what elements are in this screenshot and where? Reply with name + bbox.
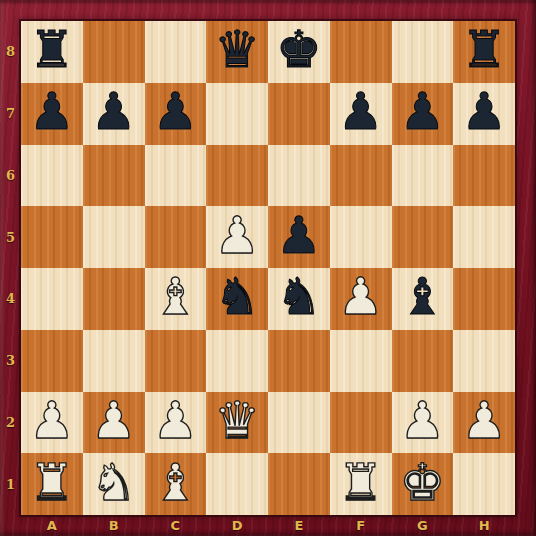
rank-label-3: 3 [0,330,21,392]
piece-black-pawn[interactable]: ♟ [461,86,507,137]
piece-white-rook[interactable]: ♜ [338,457,384,508]
square-e5[interactable]: ♟ [268,206,330,268]
square-b5[interactable] [83,206,145,268]
square-g7[interactable]: ♟ [392,83,454,145]
square-e1[interactable] [268,453,330,515]
piece-black-bishop[interactable]: ♝ [400,271,446,322]
rank-labels: 87654321 [0,21,21,515]
square-b3[interactable] [83,330,145,392]
square-c8[interactable] [145,21,207,83]
square-a3[interactable] [21,330,83,392]
piece-black-rook[interactable]: ♜ [461,24,507,75]
square-c1[interactable]: ♝ [145,453,207,515]
square-g5[interactable] [392,206,454,268]
square-f1[interactable]: ♜ [330,453,392,515]
square-f4[interactable]: ♟ [330,268,392,330]
piece-black-rook[interactable]: ♜ [29,24,75,75]
file-label-b: B [83,515,145,536]
piece-white-pawn[interactable]: ♟ [29,395,75,446]
square-a2[interactable]: ♟ [21,392,83,454]
square-f8[interactable] [330,21,392,83]
rank-label-5: 5 [0,206,21,268]
square-b6[interactable] [83,145,145,207]
square-d2[interactable]: ♛ [206,392,268,454]
chess-board: ♜♛♚♜♟♟♟♟♟♟♟♟♝♞♞♟♝♟♟♟♛♟♟♜♞♝♜♚ [21,21,515,515]
square-h3[interactable] [453,330,515,392]
piece-black-pawn[interactable]: ♟ [153,86,199,137]
square-e3[interactable] [268,330,330,392]
file-label-g: G [392,515,454,536]
rank-label-8: 8 [0,21,21,83]
piece-black-knight[interactable]: ♞ [214,271,260,322]
square-e7[interactable] [268,83,330,145]
square-g8[interactable] [392,21,454,83]
square-b2[interactable]: ♟ [83,392,145,454]
file-label-a: A [21,515,83,536]
square-a5[interactable] [21,206,83,268]
square-d4[interactable]: ♞ [206,268,268,330]
board-frame: 87654321 ABCDEFGH ♜♛♚♜♟♟♟♟♟♟♟♟♝♞♞♟♝♟♟♟♛♟… [0,0,536,536]
rank-label-4: 4 [0,268,21,330]
file-label-f: F [330,515,392,536]
square-f7[interactable]: ♟ [330,83,392,145]
square-h8[interactable]: ♜ [453,21,515,83]
piece-black-king[interactable]: ♚ [276,24,322,75]
square-d5[interactable]: ♟ [206,206,268,268]
square-b1[interactable]: ♞ [83,453,145,515]
square-d3[interactable] [206,330,268,392]
square-a4[interactable] [21,268,83,330]
file-label-d: D [206,515,268,536]
square-h4[interactable] [453,268,515,330]
piece-white-pawn[interactable]: ♟ [400,395,446,446]
square-f2[interactable] [330,392,392,454]
file-label-e: E [268,515,330,536]
square-b7[interactable]: ♟ [83,83,145,145]
square-c2[interactable]: ♟ [145,392,207,454]
square-a8[interactable]: ♜ [21,21,83,83]
square-g4[interactable]: ♝ [392,268,454,330]
piece-black-pawn[interactable]: ♟ [400,86,446,137]
square-g3[interactable] [392,330,454,392]
square-a1[interactable]: ♜ [21,453,83,515]
square-c3[interactable] [145,330,207,392]
square-b8[interactable] [83,21,145,83]
square-h5[interactable] [453,206,515,268]
square-d6[interactable] [206,145,268,207]
rank-label-1: 1 [0,453,21,515]
piece-white-pawn[interactable]: ♟ [461,395,507,446]
square-a7[interactable]: ♟ [21,83,83,145]
square-c4[interactable]: ♝ [145,268,207,330]
square-a6[interactable] [21,145,83,207]
piece-white-rook[interactable]: ♜ [29,457,75,508]
square-e8[interactable]: ♚ [268,21,330,83]
square-h1[interactable] [453,453,515,515]
piece-white-pawn[interactable]: ♟ [338,271,384,322]
piece-black-pawn[interactable]: ♟ [91,86,137,137]
square-f3[interactable] [330,330,392,392]
square-g2[interactable]: ♟ [392,392,454,454]
rank-label-2: 2 [0,392,21,454]
piece-white-queen[interactable]: ♛ [214,395,260,446]
file-label-h: H [453,515,515,536]
square-f6[interactable] [330,145,392,207]
square-e2[interactable] [268,392,330,454]
square-c6[interactable] [145,145,207,207]
file-labels: ABCDEFGH [21,515,515,536]
square-h7[interactable]: ♟ [453,83,515,145]
rank-label-7: 7 [0,83,21,145]
piece-white-pawn[interactable]: ♟ [214,210,260,261]
piece-black-pawn[interactable]: ♟ [29,86,75,137]
square-d7[interactable] [206,83,268,145]
square-g1[interactable]: ♚ [392,453,454,515]
square-b4[interactable] [83,268,145,330]
rank-label-6: 6 [0,145,21,207]
square-d1[interactable] [206,453,268,515]
piece-black-pawn[interactable]: ♟ [276,210,322,261]
square-f5[interactable] [330,206,392,268]
piece-white-pawn[interactable]: ♟ [153,395,199,446]
square-h2[interactable]: ♟ [453,392,515,454]
piece-black-knight[interactable]: ♞ [276,271,322,322]
square-h6[interactable] [453,145,515,207]
square-c5[interactable] [145,206,207,268]
piece-black-pawn[interactable]: ♟ [338,86,384,137]
file-label-c: C [145,515,207,536]
piece-white-king[interactable]: ♚ [400,457,446,508]
square-e4[interactable]: ♞ [268,268,330,330]
piece-white-bishop[interactable]: ♝ [153,271,199,322]
square-c7[interactable]: ♟ [145,83,207,145]
piece-white-bishop[interactable]: ♝ [153,457,199,508]
square-d8[interactable]: ♛ [206,21,268,83]
piece-black-queen[interactable]: ♛ [214,24,260,75]
square-g6[interactable] [392,145,454,207]
piece-white-pawn[interactable]: ♟ [91,395,137,446]
square-e6[interactable] [268,145,330,207]
piece-white-knight[interactable]: ♞ [91,457,137,508]
